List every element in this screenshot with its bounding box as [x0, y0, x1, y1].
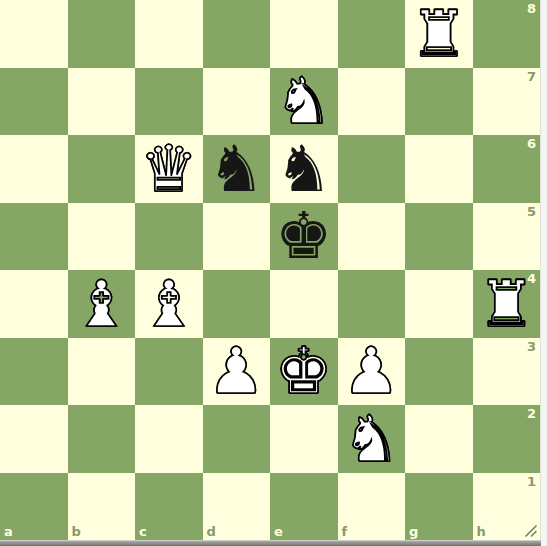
file-label-c: c [139, 524, 147, 539]
square-b4[interactable]: ♝ [68, 270, 136, 338]
file-label-b: b [72, 524, 81, 539]
file-label-d: d [207, 524, 216, 539]
square-e6[interactable]: ♞ [270, 135, 338, 203]
square-h5[interactable]: 5 [473, 203, 541, 271]
square-a7[interactable] [0, 68, 68, 136]
square-b8[interactable] [68, 0, 136, 68]
square-a4[interactable] [0, 270, 68, 338]
square-d5[interactable] [203, 203, 271, 271]
white-pawn[interactable]: ♟ [338, 338, 406, 406]
square-h8[interactable]: 8 [473, 0, 541, 68]
square-a6[interactable] [0, 135, 68, 203]
square-f3[interactable]: ♟ [338, 338, 406, 406]
square-e7[interactable]: ♞ [270, 68, 338, 136]
square-e1[interactable]: e [270, 473, 338, 541]
rank-label-6: 6 [527, 136, 536, 151]
window-bottom-edge [0, 540, 541, 546]
square-c2[interactable] [135, 405, 203, 473]
square-b1[interactable]: b [68, 473, 136, 541]
rank-label-1: 1 [527, 474, 536, 489]
square-a3[interactable] [0, 338, 68, 406]
square-d3[interactable]: ♟ [203, 338, 271, 406]
square-h7[interactable]: 7 [473, 68, 541, 136]
square-e5[interactable]: ♚ [270, 203, 338, 271]
rank-label-8: 8 [527, 1, 536, 16]
square-b3[interactable] [68, 338, 136, 406]
square-d7[interactable] [203, 68, 271, 136]
square-g5[interactable] [405, 203, 473, 271]
square-c4[interactable]: ♝ [135, 270, 203, 338]
square-f4[interactable] [338, 270, 406, 338]
rank-label-3: 3 [527, 339, 536, 354]
white-queen[interactable]: ♛ [135, 135, 203, 203]
square-h1[interactable]: 1h [473, 473, 541, 541]
square-e3[interactable]: ♚ [270, 338, 338, 406]
square-h3[interactable]: 3 [473, 338, 541, 406]
square-a8[interactable] [0, 0, 68, 68]
square-f2[interactable]: ♞ [338, 405, 406, 473]
white-rook[interactable]: ♜ [405, 0, 473, 68]
square-b7[interactable] [68, 68, 136, 136]
square-c5[interactable] [135, 203, 203, 271]
white-pawn[interactable]: ♟ [203, 338, 271, 406]
white-knight[interactable]: ♞ [270, 68, 338, 136]
square-h4[interactable]: 4♜ [473, 270, 541, 338]
square-f5[interactable] [338, 203, 406, 271]
file-label-e: e [274, 524, 283, 539]
white-bishop[interactable]: ♝ [135, 270, 203, 338]
square-d8[interactable] [203, 0, 271, 68]
square-c1[interactable]: c [135, 473, 203, 541]
rank-label-5: 5 [527, 204, 536, 219]
square-c6[interactable]: ♛ [135, 135, 203, 203]
square-g4[interactable] [405, 270, 473, 338]
square-e8[interactable] [270, 0, 338, 68]
white-bishop[interactable]: ♝ [68, 270, 136, 338]
rank-label-2: 2 [527, 406, 536, 421]
square-g2[interactable] [405, 405, 473, 473]
square-e2[interactable] [270, 405, 338, 473]
square-f1[interactable]: f [338, 473, 406, 541]
square-b5[interactable] [68, 203, 136, 271]
square-h2[interactable]: 2 [473, 405, 541, 473]
square-c8[interactable] [135, 0, 203, 68]
square-d6[interactable]: ♞ [203, 135, 271, 203]
square-g7[interactable] [405, 68, 473, 136]
chess-board: ♜8♞7♛♞♞6♚5♝♝4♜♟♚♟3♞2abcdefg1h [0, 0, 540, 540]
square-d1[interactable]: d [203, 473, 271, 541]
square-g3[interactable] [405, 338, 473, 406]
file-label-a: a [4, 524, 13, 539]
square-a2[interactable] [0, 405, 68, 473]
square-f6[interactable] [338, 135, 406, 203]
square-d2[interactable] [203, 405, 271, 473]
square-h6[interactable]: 6 [473, 135, 541, 203]
white-king[interactable]: ♚ [270, 338, 338, 406]
square-a5[interactable] [0, 203, 68, 271]
square-f8[interactable] [338, 0, 406, 68]
square-b2[interactable] [68, 405, 136, 473]
black-knight[interactable]: ♞ [270, 135, 338, 203]
file-label-f: f [342, 524, 348, 539]
square-f7[interactable] [338, 68, 406, 136]
square-b6[interactable] [68, 135, 136, 203]
square-g6[interactable] [405, 135, 473, 203]
rank-label-7: 7 [527, 69, 536, 84]
white-knight[interactable]: ♞ [338, 405, 406, 473]
square-a1[interactable]: a [0, 473, 68, 541]
black-king[interactable]: ♚ [270, 203, 338, 271]
file-label-g: g [409, 524, 418, 539]
square-g1[interactable]: g [405, 473, 473, 541]
square-c3[interactable] [135, 338, 203, 406]
file-label-h: h [477, 524, 486, 539]
resize-diagonal-icon[interactable] [524, 524, 538, 538]
square-g8[interactable]: ♜ [405, 0, 473, 68]
square-c7[interactable] [135, 68, 203, 136]
page-background-right [540, 0, 547, 546]
square-d4[interactable] [203, 270, 271, 338]
white-rook[interactable]: ♜ [473, 270, 541, 338]
square-e4[interactable] [270, 270, 338, 338]
black-knight[interactable]: ♞ [203, 135, 271, 203]
